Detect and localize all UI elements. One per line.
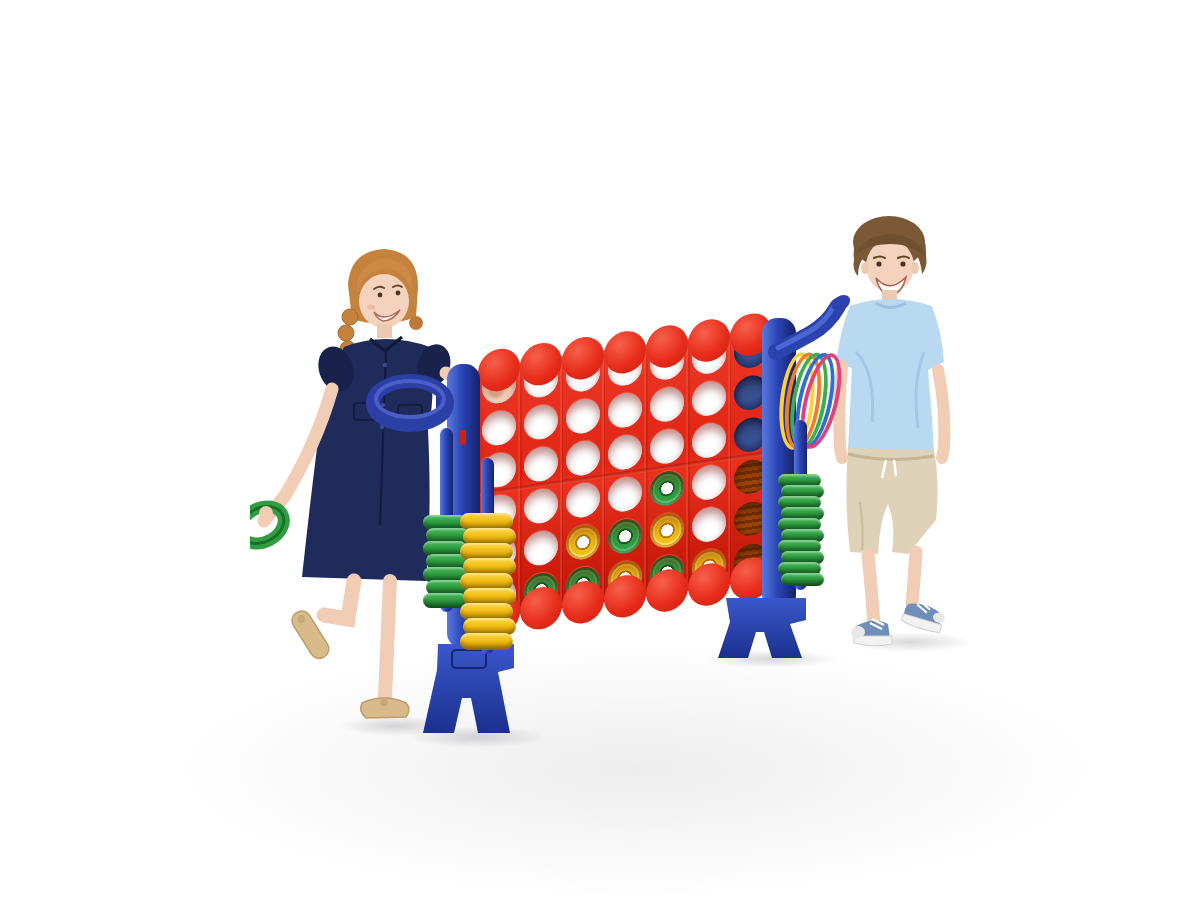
cell-r2-c6 — [688, 375, 730, 423]
empty-hole — [524, 529, 558, 568]
cell-r4-c3 — [562, 476, 604, 524]
cell-r2-c3 — [562, 392, 604, 440]
empty-hole — [692, 463, 726, 502]
cell-r4-c2 — [520, 482, 562, 530]
girl-shoe-planted — [361, 698, 409, 718]
cell-r3-c3 — [562, 434, 604, 482]
green-stacked-ring — [781, 573, 824, 586]
boy-right-leg — [912, 552, 916, 604]
girl-hand-fingers — [259, 506, 273, 520]
girl-leg-lifted — [324, 581, 354, 619]
cell-r4-c4 — [604, 470, 646, 518]
girl-player: Girl on the left: strawberry-blonde hair… — [250, 225, 490, 755]
see-through-stored-rings — [734, 457, 768, 496]
cell-r5-c3 — [562, 518, 604, 566]
cell-r5-c4 — [604, 512, 646, 560]
boy-shorts — [846, 448, 937, 554]
cell-r3-c6 — [688, 417, 730, 465]
yellow-stacked-ring — [460, 633, 513, 650]
empty-hole — [566, 397, 600, 436]
cell-r2-c5 — [646, 380, 688, 428]
cell-r3-c4 — [604, 428, 646, 476]
empty-hole — [650, 385, 684, 424]
connect-four-board-wrap — [478, 327, 772, 620]
empty-hole — [524, 403, 558, 442]
boy-left-leg — [868, 554, 874, 626]
see-through-rear-post — [734, 373, 768, 412]
yellow-ring-disc — [650, 511, 684, 550]
empty-hole — [608, 391, 642, 430]
empty-hole — [566, 481, 600, 520]
boy-sneaker-left — [851, 619, 892, 646]
product-photo-scene: Girl on the left: strawberry-blonde hair… — [0, 0, 1200, 916]
cell-r2-c1 — [478, 404, 520, 452]
empty-hole — [692, 379, 726, 418]
empty-hole — [524, 445, 558, 484]
see-through-stored-rings — [734, 499, 768, 538]
green-ring-disc — [608, 517, 642, 556]
cell-r3-c5 — [646, 422, 688, 470]
empty-hole — [566, 439, 600, 478]
girl-right-arm — [446, 373, 478, 389]
empty-hole — [524, 487, 558, 526]
empty-hole — [692, 421, 726, 460]
see-through-rear-post — [734, 415, 768, 454]
cell-r5-c6 — [688, 501, 730, 549]
cell-r2-c2 — [520, 398, 562, 446]
boy-right-arm — [938, 370, 944, 458]
empty-hole — [650, 427, 684, 466]
empty-hole — [692, 505, 726, 544]
yellow-ring-disc — [566, 523, 600, 562]
empty-hole — [482, 409, 516, 448]
boy-tshirt — [836, 299, 944, 452]
cell-r4-c7 — [730, 453, 772, 501]
cell-r2-c7 — [730, 369, 772, 417]
cell-r2-c4 — [604, 386, 646, 434]
boy-face — [866, 240, 914, 292]
cell-r4-c6 — [688, 459, 730, 507]
cell-r3-c2 — [520, 440, 562, 488]
cell-r4-c5 — [646, 464, 688, 512]
girl-leg-planted — [385, 581, 390, 697]
empty-hole — [608, 475, 642, 514]
cell-r3-c7 — [730, 411, 772, 459]
girl-braid-right-hint — [409, 316, 423, 330]
empty-hole — [608, 433, 642, 472]
cell-r5-c2 — [520, 524, 562, 572]
green-ring-disc — [650, 469, 684, 508]
boy-player: Boy on the right: tousled brown hair, sm… — [816, 202, 976, 672]
cell-r5-c7 — [730, 495, 772, 543]
cell-r5-c5 — [646, 506, 688, 554]
